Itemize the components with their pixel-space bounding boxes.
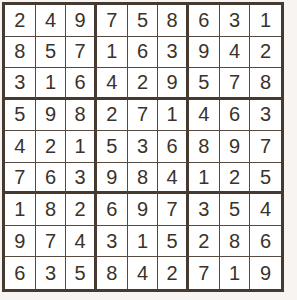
sudoku-cell-r6c4[interactable]: 9	[97, 163, 128, 195]
sudoku-cell-r6c9[interactable]: 5	[250, 163, 281, 195]
sudoku-cell-r2c4[interactable]: 1	[97, 37, 128, 69]
sudoku-cell-r1c2[interactable]: 4	[36, 5, 67, 37]
sudoku-cell-r1c4[interactable]: 7	[97, 5, 128, 37]
sudoku-cell-r8c8[interactable]: 8	[220, 226, 251, 258]
sudoku-cell-r9c7[interactable]: 7	[189, 257, 220, 289]
sudoku-cell-r2c6[interactable]: 3	[158, 37, 189, 69]
sudoku-cell-r2c5[interactable]: 6	[128, 37, 159, 69]
sudoku-cell-r6c1[interactable]: 7	[5, 163, 36, 195]
sudoku-cell-r6c8[interactable]: 2	[220, 163, 251, 195]
sudoku-cell-r1c5[interactable]: 5	[128, 5, 159, 37]
sudoku-cell-r1c6[interactable]: 8	[158, 5, 189, 37]
sudoku-cell-r8c5[interactable]: 1	[128, 226, 159, 258]
sudoku-cell-r5c5[interactable]: 3	[128, 131, 159, 163]
sudoku-cell-r7c9[interactable]: 4	[250, 194, 281, 226]
sudoku-cell-r4c5[interactable]: 7	[128, 100, 159, 132]
sudoku-cell-r3c3[interactable]: 6	[66, 68, 97, 100]
sudoku-cell-r3c5[interactable]: 2	[128, 68, 159, 100]
sudoku-cell-r3c4[interactable]: 4	[97, 68, 128, 100]
sudoku-cell-r7c1[interactable]: 1	[5, 194, 36, 226]
sudoku-cell-r2c1[interactable]: 8	[5, 37, 36, 69]
sudoku-cell-r9c2[interactable]: 3	[36, 257, 67, 289]
sudoku-cell-r5c6[interactable]: 6	[158, 131, 189, 163]
sudoku-cell-r8c2[interactable]: 7	[36, 226, 67, 258]
sudoku-cell-r4c3[interactable]: 8	[66, 100, 97, 132]
sudoku-cell-r7c6[interactable]: 7	[158, 194, 189, 226]
sudoku-cell-r7c3[interactable]: 2	[66, 194, 97, 226]
sudoku-cell-r2c9[interactable]: 2	[250, 37, 281, 69]
sudoku-cell-r3c8[interactable]: 7	[220, 68, 251, 100]
sudoku-cell-r7c8[interactable]: 5	[220, 194, 251, 226]
sudoku-cell-r9c5[interactable]: 4	[128, 257, 159, 289]
sudoku-cell-r5c7[interactable]: 8	[189, 131, 220, 163]
sudoku-cell-r7c5[interactable]: 9	[128, 194, 159, 226]
sudoku-cell-r6c7[interactable]: 1	[189, 163, 220, 195]
sudoku-cell-r6c2[interactable]: 6	[36, 163, 67, 195]
sudoku-cell-r9c3[interactable]: 5	[66, 257, 97, 289]
sudoku-cell-r5c3[interactable]: 1	[66, 131, 97, 163]
sudoku-cell-r1c1[interactable]: 2	[5, 5, 36, 37]
sudoku-cell-r9c4[interactable]: 8	[97, 257, 128, 289]
sudoku-cell-r2c2[interactable]: 5	[36, 37, 67, 69]
sudoku-cell-r4c8[interactable]: 6	[220, 100, 251, 132]
sudoku-cell-r4c2[interactable]: 9	[36, 100, 67, 132]
sudoku-cell-r4c9[interactable]: 3	[250, 100, 281, 132]
sudoku-cell-r3c2[interactable]: 1	[36, 68, 67, 100]
sudoku-cell-r8c6[interactable]: 5	[158, 226, 189, 258]
sudoku-cell-r5c9[interactable]: 7	[250, 131, 281, 163]
sudoku-cell-r1c8[interactable]: 3	[220, 5, 251, 37]
sudoku-cell-r5c1[interactable]: 4	[5, 131, 36, 163]
sudoku-cell-r4c7[interactable]: 4	[189, 100, 220, 132]
page-background: { "game": "sudoku", "state": "solved", "…	[0, 0, 297, 300]
sudoku-cell-r3c7[interactable]: 5	[189, 68, 220, 100]
sudoku-board: 2497586318571639423164295785982714634215…	[2, 2, 284, 292]
sudoku-cell-r4c6[interactable]: 1	[158, 100, 189, 132]
sudoku-cell-r1c9[interactable]: 1	[250, 5, 281, 37]
sudoku-cell-r7c7[interactable]: 3	[189, 194, 220, 226]
sudoku-cell-r8c4[interactable]: 3	[97, 226, 128, 258]
sudoku-cell-r9c8[interactable]: 1	[220, 257, 251, 289]
sudoku-cell-r4c4[interactable]: 2	[97, 100, 128, 132]
sudoku-cell-r3c1[interactable]: 3	[5, 68, 36, 100]
sudoku-cell-r7c2[interactable]: 8	[36, 194, 67, 226]
sudoku-cell-r6c6[interactable]: 4	[158, 163, 189, 195]
sudoku-cell-r5c8[interactable]: 9	[220, 131, 251, 163]
sudoku-cell-r6c3[interactable]: 3	[66, 163, 97, 195]
sudoku-cell-r9c9[interactable]: 9	[250, 257, 281, 289]
sudoku-cell-r8c7[interactable]: 2	[189, 226, 220, 258]
sudoku-cell-r5c2[interactable]: 2	[36, 131, 67, 163]
sudoku-cell-r1c3[interactable]: 9	[66, 5, 97, 37]
sudoku-cell-r2c7[interactable]: 9	[189, 37, 220, 69]
sudoku-cell-r4c1[interactable]: 5	[5, 100, 36, 132]
sudoku-cell-r8c3[interactable]: 4	[66, 226, 97, 258]
sudoku-cell-r9c1[interactable]: 6	[5, 257, 36, 289]
sudoku-cell-r2c3[interactable]: 7	[66, 37, 97, 69]
sudoku-cell-r5c4[interactable]: 5	[97, 131, 128, 163]
sudoku-cell-r6c5[interactable]: 8	[128, 163, 159, 195]
sudoku-cell-r3c6[interactable]: 9	[158, 68, 189, 100]
sudoku-cell-r3c9[interactable]: 8	[250, 68, 281, 100]
sudoku-cell-r7c4[interactable]: 6	[97, 194, 128, 226]
sudoku-cell-r2c8[interactable]: 4	[220, 37, 251, 69]
sudoku-cell-r1c7[interactable]: 6	[189, 5, 220, 37]
sudoku-cell-r8c1[interactable]: 9	[5, 226, 36, 258]
sudoku-cell-r9c6[interactable]: 2	[158, 257, 189, 289]
sudoku-cell-r8c9[interactable]: 6	[250, 226, 281, 258]
